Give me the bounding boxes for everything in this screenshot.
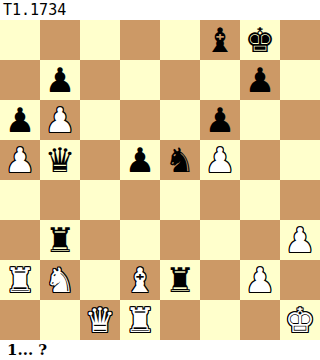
black-pawn-piece: ♟ bbox=[245, 60, 275, 100]
square-c7[interactable] bbox=[80, 60, 120, 100]
black-pawn-piece: ♟ bbox=[205, 100, 235, 140]
square-c6[interactable] bbox=[80, 100, 120, 140]
square-h4[interactable] bbox=[280, 180, 320, 220]
square-f6[interactable]: ♟ bbox=[200, 100, 240, 140]
square-b7[interactable]: ♟ bbox=[40, 60, 80, 100]
black-pawn-piece: ♟ bbox=[125, 140, 155, 180]
square-e3[interactable] bbox=[160, 220, 200, 260]
black-king-piece: ♚ bbox=[245, 20, 275, 60]
square-g2[interactable]: ♟ bbox=[240, 260, 280, 300]
square-e1[interactable] bbox=[160, 300, 200, 340]
square-a4[interactable] bbox=[0, 180, 40, 220]
black-pawn-piece: ♟ bbox=[5, 100, 35, 140]
square-h2[interactable] bbox=[280, 260, 320, 300]
square-g5[interactable] bbox=[240, 140, 280, 180]
square-b5[interactable]: ♛ bbox=[40, 140, 80, 180]
square-g6[interactable] bbox=[240, 100, 280, 140]
square-g7[interactable]: ♟ bbox=[240, 60, 280, 100]
square-h3[interactable]: ♟ bbox=[280, 220, 320, 260]
white-pawn-piece: ♟ bbox=[205, 140, 235, 180]
square-e5[interactable]: ♞ bbox=[160, 140, 200, 180]
move-prompt: 1... ? bbox=[0, 340, 320, 360]
square-d3[interactable] bbox=[120, 220, 160, 260]
square-b3[interactable]: ♜ bbox=[40, 220, 80, 260]
square-g3[interactable] bbox=[240, 220, 280, 260]
puzzle-title: T1.1734 bbox=[0, 0, 320, 20]
square-d6[interactable] bbox=[120, 100, 160, 140]
square-g4[interactable] bbox=[240, 180, 280, 220]
white-pawn-piece: ♟ bbox=[285, 220, 315, 260]
black-rook-piece: ♜ bbox=[165, 260, 195, 300]
square-d8[interactable] bbox=[120, 20, 160, 60]
white-pawn-piece: ♟ bbox=[245, 260, 275, 300]
square-h5[interactable] bbox=[280, 140, 320, 180]
square-d1[interactable]: ♜ bbox=[120, 300, 160, 340]
white-bishop-piece: ♝ bbox=[125, 260, 155, 300]
square-a7[interactable] bbox=[0, 60, 40, 100]
square-a6[interactable]: ♟ bbox=[0, 100, 40, 140]
black-queen-piece: ♛ bbox=[45, 140, 75, 180]
square-b1[interactable] bbox=[40, 300, 80, 340]
square-h7[interactable] bbox=[280, 60, 320, 100]
square-a2[interactable]: ♜ bbox=[0, 260, 40, 300]
square-f5[interactable]: ♟ bbox=[200, 140, 240, 180]
square-g8[interactable]: ♚ bbox=[240, 20, 280, 60]
square-c5[interactable] bbox=[80, 140, 120, 180]
square-e4[interactable] bbox=[160, 180, 200, 220]
white-rook-piece: ♜ bbox=[5, 260, 35, 300]
square-b6[interactable]: ♟ bbox=[40, 100, 80, 140]
square-e2[interactable]: ♜ bbox=[160, 260, 200, 300]
square-c8[interactable] bbox=[80, 20, 120, 60]
square-f7[interactable] bbox=[200, 60, 240, 100]
chess-board: ♝♚♟♟♟♟♟♟♛♟♞♟♜♟♜♞♝♜♟♛♜♚ bbox=[0, 20, 320, 340]
square-d7[interactable] bbox=[120, 60, 160, 100]
square-d4[interactable] bbox=[120, 180, 160, 220]
square-f3[interactable] bbox=[200, 220, 240, 260]
square-c4[interactable] bbox=[80, 180, 120, 220]
white-pawn-piece: ♟ bbox=[5, 140, 35, 180]
square-c1[interactable]: ♛ bbox=[80, 300, 120, 340]
square-f8[interactable]: ♝ bbox=[200, 20, 240, 60]
square-b2[interactable]: ♞ bbox=[40, 260, 80, 300]
square-f4[interactable] bbox=[200, 180, 240, 220]
square-h8[interactable] bbox=[280, 20, 320, 60]
square-a5[interactable]: ♟ bbox=[0, 140, 40, 180]
white-queen-piece: ♛ bbox=[85, 300, 115, 340]
square-a3[interactable] bbox=[0, 220, 40, 260]
square-a8[interactable] bbox=[0, 20, 40, 60]
square-g1[interactable] bbox=[240, 300, 280, 340]
chess-puzzle-app: T1.1734 ♝♚♟♟♟♟♟♟♛♟♞♟♜♟♜♞♝♜♟♛♜♚ 1... ? bbox=[0, 0, 320, 360]
white-king-piece: ♚ bbox=[285, 300, 315, 340]
black-knight-piece: ♞ bbox=[165, 140, 195, 180]
square-b4[interactable] bbox=[40, 180, 80, 220]
square-c3[interactable] bbox=[80, 220, 120, 260]
black-bishop-piece: ♝ bbox=[205, 20, 235, 60]
white-knight-piece: ♞ bbox=[45, 260, 75, 300]
square-b8[interactable] bbox=[40, 20, 80, 60]
square-e6[interactable] bbox=[160, 100, 200, 140]
square-h6[interactable] bbox=[280, 100, 320, 140]
white-rook-piece: ♜ bbox=[125, 300, 155, 340]
square-f2[interactable] bbox=[200, 260, 240, 300]
white-pawn-piece: ♟ bbox=[45, 100, 75, 140]
square-f1[interactable] bbox=[200, 300, 240, 340]
square-d2[interactable]: ♝ bbox=[120, 260, 160, 300]
square-e7[interactable] bbox=[160, 60, 200, 100]
square-e8[interactable] bbox=[160, 20, 200, 60]
square-a1[interactable] bbox=[0, 300, 40, 340]
black-pawn-piece: ♟ bbox=[45, 60, 75, 100]
square-d5[interactable]: ♟ bbox=[120, 140, 160, 180]
black-rook-piece: ♜ bbox=[45, 220, 75, 260]
square-h1[interactable]: ♚ bbox=[280, 300, 320, 340]
square-c2[interactable] bbox=[80, 260, 120, 300]
